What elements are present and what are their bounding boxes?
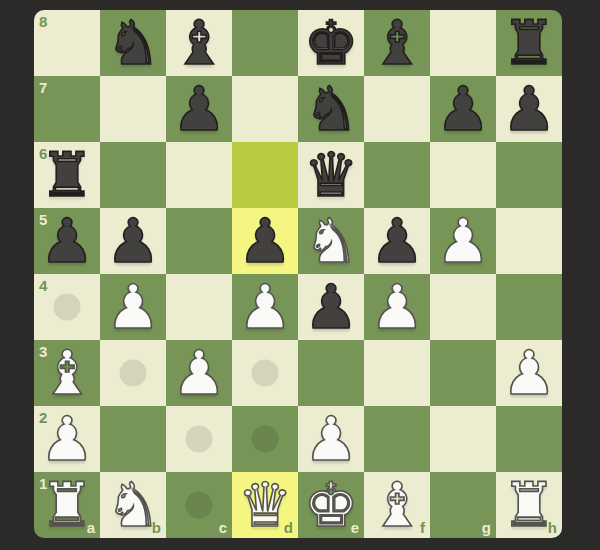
rank-label-4: 4 bbox=[39, 278, 47, 293]
square-d1[interactable]: d♛ bbox=[232, 472, 298, 538]
file-label-e: e bbox=[351, 520, 359, 535]
piece-white-pawn[interactable]: ♟ bbox=[436, 210, 491, 271]
square-h6[interactable] bbox=[496, 142, 562, 208]
square-g8[interactable] bbox=[430, 10, 496, 76]
move-hint-dot[interactable] bbox=[252, 426, 279, 453]
square-h1[interactable]: h♜ bbox=[496, 472, 562, 538]
square-b6[interactable] bbox=[100, 142, 166, 208]
square-c5[interactable] bbox=[166, 208, 232, 274]
square-d8[interactable] bbox=[232, 10, 298, 76]
square-f1[interactable]: f♝ bbox=[364, 472, 430, 538]
square-g7[interactable]: ♟ bbox=[430, 76, 496, 142]
square-a3[interactable]: 3♝ bbox=[34, 340, 100, 406]
square-b4[interactable]: ♟ bbox=[100, 274, 166, 340]
piece-white-knight[interactable]: ♞ bbox=[304, 210, 359, 271]
square-c6[interactable] bbox=[166, 142, 232, 208]
piece-black-bishop[interactable]: ♝ bbox=[370, 12, 425, 73]
square-b8[interactable]: ♞ bbox=[100, 10, 166, 76]
square-d2[interactable] bbox=[232, 406, 298, 472]
file-label-b: b bbox=[152, 520, 161, 535]
piece-black-queen[interactable]: ♛ bbox=[304, 144, 359, 205]
square-g1[interactable]: g bbox=[430, 472, 496, 538]
piece-white-pawn[interactable]: ♟ bbox=[370, 276, 425, 337]
square-f6[interactable] bbox=[364, 142, 430, 208]
square-a4[interactable]: 4 bbox=[34, 274, 100, 340]
piece-black-rook[interactable]: ♜ bbox=[502, 12, 557, 73]
square-e6[interactable]: ♛ bbox=[298, 142, 364, 208]
square-e8[interactable]: ♚ bbox=[298, 10, 364, 76]
file-label-h: h bbox=[548, 520, 557, 535]
piece-black-rook[interactable]: ♜ bbox=[40, 144, 95, 205]
square-d4[interactable]: ♟ bbox=[232, 274, 298, 340]
rank-label-1: 1 bbox=[39, 476, 47, 491]
file-label-a: a bbox=[87, 520, 95, 535]
piece-white-pawn[interactable]: ♟ bbox=[502, 342, 557, 403]
piece-black-pawn[interactable]: ♟ bbox=[106, 210, 161, 271]
square-d7[interactable] bbox=[232, 76, 298, 142]
move-hint-dot[interactable] bbox=[54, 294, 81, 321]
rank-label-6: 6 bbox=[39, 146, 47, 161]
piece-black-pawn[interactable]: ♟ bbox=[238, 210, 293, 271]
square-c2[interactable] bbox=[166, 406, 232, 472]
square-e4[interactable]: ♟ bbox=[298, 274, 364, 340]
piece-black-pawn[interactable]: ♟ bbox=[370, 210, 425, 271]
piece-black-pawn[interactable]: ♟ bbox=[502, 78, 557, 139]
square-a8[interactable]: 8 bbox=[34, 10, 100, 76]
rank-label-5: 5 bbox=[39, 212, 47, 227]
square-c1[interactable]: c bbox=[166, 472, 232, 538]
square-b7[interactable] bbox=[100, 76, 166, 142]
rank-label-2: 2 bbox=[39, 410, 47, 425]
square-h4[interactable] bbox=[496, 274, 562, 340]
move-hint-dot[interactable] bbox=[252, 360, 279, 387]
rank-label-3: 3 bbox=[39, 344, 47, 359]
square-b1[interactable]: b♞ bbox=[100, 472, 166, 538]
piece-white-pawn[interactable]: ♟ bbox=[304, 408, 359, 469]
square-f4[interactable]: ♟ bbox=[364, 274, 430, 340]
file-label-f: f bbox=[420, 520, 425, 535]
square-g4[interactable] bbox=[430, 274, 496, 340]
piece-white-pawn[interactable]: ♟ bbox=[40, 408, 95, 469]
square-g2[interactable] bbox=[430, 406, 496, 472]
square-h8[interactable]: ♜ bbox=[496, 10, 562, 76]
square-f5[interactable]: ♟ bbox=[364, 208, 430, 274]
piece-white-pawn[interactable]: ♟ bbox=[172, 342, 227, 403]
square-f8[interactable]: ♝ bbox=[364, 10, 430, 76]
piece-white-pawn[interactable]: ♟ bbox=[106, 276, 161, 337]
chess-board: 8♞♝♚♝♜7♟♞♟♟6♜♛5♟♟♟♞♟♟4♟♟♟♟3♝♟♟2♟♟1a♜b♞cd… bbox=[34, 10, 562, 538]
square-e1[interactable]: e♚ bbox=[298, 472, 364, 538]
square-b2[interactable] bbox=[100, 406, 166, 472]
app-background: 8♞♝♚♝♜7♟♞♟♟6♜♛5♟♟♟♞♟♟4♟♟♟♟3♝♟♟2♟♟1a♜b♞cd… bbox=[0, 0, 600, 550]
square-b3[interactable] bbox=[100, 340, 166, 406]
piece-black-knight[interactable]: ♞ bbox=[106, 12, 161, 73]
square-a2[interactable]: 2♟ bbox=[34, 406, 100, 472]
piece-black-knight[interactable]: ♞ bbox=[304, 78, 359, 139]
file-label-d: d bbox=[284, 520, 293, 535]
square-e2[interactable]: ♟ bbox=[298, 406, 364, 472]
square-a6[interactable]: 6♜ bbox=[34, 142, 100, 208]
piece-black-pawn[interactable]: ♟ bbox=[436, 78, 491, 139]
square-h3[interactable]: ♟ bbox=[496, 340, 562, 406]
square-c7[interactable]: ♟ bbox=[166, 76, 232, 142]
square-f3[interactable] bbox=[364, 340, 430, 406]
square-e7[interactable]: ♞ bbox=[298, 76, 364, 142]
rank-label-8: 8 bbox=[39, 14, 47, 29]
square-c4[interactable] bbox=[166, 274, 232, 340]
square-c3[interactable]: ♟ bbox=[166, 340, 232, 406]
square-h2[interactable] bbox=[496, 406, 562, 472]
piece-black-bishop[interactable]: ♝ bbox=[172, 12, 227, 73]
piece-black-pawn[interactable]: ♟ bbox=[40, 210, 95, 271]
square-a5[interactable]: 5♟ bbox=[34, 208, 100, 274]
file-label-g: g bbox=[482, 520, 491, 535]
square-d3[interactable] bbox=[232, 340, 298, 406]
square-g6[interactable] bbox=[430, 142, 496, 208]
move-hint-dot[interactable] bbox=[120, 360, 147, 387]
square-c8[interactable]: ♝ bbox=[166, 10, 232, 76]
square-a7[interactable]: 7 bbox=[34, 76, 100, 142]
piece-black-pawn[interactable]: ♟ bbox=[304, 276, 359, 337]
square-f2[interactable] bbox=[364, 406, 430, 472]
square-d5[interactable]: ♟ bbox=[232, 208, 298, 274]
file-label-c: c bbox=[219, 520, 227, 535]
move-hint-dot[interactable] bbox=[186, 426, 213, 453]
square-h7[interactable]: ♟ bbox=[496, 76, 562, 142]
rank-label-7: 7 bbox=[39, 80, 47, 95]
move-hint-dot[interactable] bbox=[186, 492, 213, 519]
square-e5[interactable]: ♞ bbox=[298, 208, 364, 274]
piece-white-bishop[interactable]: ♝ bbox=[370, 474, 425, 535]
square-h5[interactable] bbox=[496, 208, 562, 274]
square-b5[interactable]: ♟ bbox=[100, 208, 166, 274]
piece-white-pawn[interactable]: ♟ bbox=[238, 276, 293, 337]
piece-black-king[interactable]: ♚ bbox=[304, 12, 359, 73]
piece-white-bishop[interactable]: ♝ bbox=[40, 342, 95, 403]
piece-black-pawn[interactable]: ♟ bbox=[172, 78, 227, 139]
square-e3[interactable] bbox=[298, 340, 364, 406]
square-f7[interactable] bbox=[364, 76, 430, 142]
square-a1[interactable]: 1a♜ bbox=[34, 472, 100, 538]
square-g3[interactable] bbox=[430, 340, 496, 406]
square-g5[interactable]: ♟ bbox=[430, 208, 496, 274]
square-d6[interactable] bbox=[232, 142, 298, 208]
